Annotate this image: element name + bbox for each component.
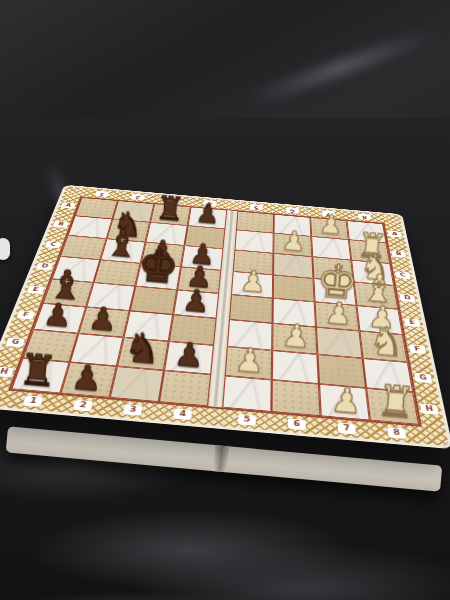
square-h3 bbox=[110, 366, 164, 402]
piece-dark-knight-g3: ♞ bbox=[123, 328, 162, 368]
square-f6: ♟ bbox=[272, 323, 317, 354]
window-handle bbox=[0, 238, 10, 260]
chess-board-3d: ♜♟♟♞♟♜♝♟♟♞♚♟♟♚♝♝♟♟♟♟♟♟♞♞♟♟♜♟♟♜ 123456781… bbox=[0, 186, 449, 446]
piece-dark-pawn-g4: ♟ bbox=[173, 340, 205, 372]
coord-right-E: E bbox=[404, 318, 421, 327]
square-d5: ♟ bbox=[231, 271, 273, 298]
coord-left-H: H bbox=[0, 367, 14, 378]
coord-left-A: A bbox=[60, 202, 75, 209]
square-e3 bbox=[130, 286, 178, 314]
coord-left-E: E bbox=[27, 285, 45, 294]
piece-dark-bishop-c2: ♝ bbox=[104, 226, 140, 262]
photo-scene: ♜♟♟♞♟♜♝♟♟♞♚♟♟♚♝♝♟♟♟♟♟♟♞♞♟♟♜♟♟♜ 123456781… bbox=[0, 0, 450, 600]
coord-far-6: 6 bbox=[286, 207, 299, 214]
square-g5: ♟ bbox=[225, 346, 273, 379]
piece-dark-pawn-a4: ♟ bbox=[195, 201, 220, 227]
coord-near-6: 6 bbox=[288, 418, 306, 430]
coord-far-8: 8 bbox=[358, 213, 372, 220]
piece-dark-rook-a3: ♜ bbox=[155, 192, 186, 224]
coord-right-D: D bbox=[399, 294, 415, 302]
coord-right-H: H bbox=[420, 404, 439, 415]
square-e5 bbox=[229, 295, 273, 324]
square-g3: ♞ bbox=[117, 337, 169, 370]
board-squares: ♜♟♟♞♟♜♝♟♟♞♚♟♟♚♝♝♟♟♟♟♟♟♞♞♟♟♜♟♟♜ bbox=[11, 197, 419, 424]
piece-dark-pawn-f2: ♟ bbox=[87, 304, 117, 335]
coord-near-1: 1 bbox=[22, 395, 43, 407]
coord-far-2: 2 bbox=[131, 194, 145, 200]
square-h2: ♟ bbox=[60, 362, 116, 398]
chess-board: ♜♟♟♞♟♜♝♟♟♞♚♟♟♚♝♝♟♟♟♟♟♟♞♞♟♟♜♟♟♜ 123456781… bbox=[0, 186, 449, 446]
coord-right-A: A bbox=[388, 231, 402, 238]
piece-dark-pawn-e4: ♟ bbox=[182, 286, 211, 316]
coord-near-7: 7 bbox=[337, 423, 356, 435]
coord-near-3: 3 bbox=[123, 404, 143, 416]
piece-light-pawn-d5: ♟ bbox=[239, 268, 267, 297]
coord-right-F: F bbox=[409, 344, 426, 354]
piece-dark-king-d3: ♚ bbox=[136, 243, 181, 289]
square-h5 bbox=[222, 376, 272, 412]
coord-left-C: C bbox=[45, 241, 62, 249]
piece-dark-pawn-h2: ♟ bbox=[70, 361, 103, 395]
piece-light-pawn-h7: ♟ bbox=[330, 384, 363, 418]
coord-right-G: G bbox=[414, 373, 432, 383]
square-c6 bbox=[273, 253, 313, 278]
square-g6 bbox=[272, 350, 319, 384]
coord-right-B: B bbox=[391, 250, 406, 257]
piece-light-pawn-g5: ♟ bbox=[234, 345, 266, 377]
piece-light-knight-f8: ♞ bbox=[368, 322, 406, 361]
square-f7 bbox=[316, 327, 363, 358]
square-h7: ♟ bbox=[319, 384, 370, 421]
coord-right-C: C bbox=[395, 271, 410, 279]
piece-light-pawn-b6: ♟ bbox=[281, 228, 307, 255]
square-h8: ♜ bbox=[366, 388, 419, 425]
coord-near-4: 4 bbox=[173, 408, 192, 420]
coord-far-5: 5 bbox=[250, 204, 263, 210]
piece-light-pawn-f6: ♟ bbox=[281, 321, 311, 352]
coord-left-B: B bbox=[53, 221, 69, 228]
piece-dark-pawn-f1: ♟ bbox=[42, 300, 72, 331]
piece-light-rook-h8: ♜ bbox=[375, 381, 416, 423]
square-f2: ♟ bbox=[78, 307, 129, 337]
coord-far-1: 1 bbox=[95, 191, 110, 197]
square-f1: ♟ bbox=[33, 303, 86, 333]
square-h6 bbox=[271, 380, 320, 416]
square-f8: ♞ bbox=[359, 331, 407, 362]
square-h4 bbox=[159, 370, 211, 406]
coord-left-F: F bbox=[16, 310, 35, 319]
square-d6 bbox=[273, 275, 315, 302]
square-d3: ♚ bbox=[135, 263, 181, 289]
piece-light-pawn-a7: ♟ bbox=[318, 212, 343, 238]
coord-near-2: 2 bbox=[73, 400, 93, 412]
piece-dark-rook-h1: ♜ bbox=[17, 349, 58, 391]
square-g4: ♟ bbox=[164, 341, 214, 374]
hinge-notch bbox=[213, 445, 229, 472]
coord-near-5: 5 bbox=[238, 414, 256, 426]
square-e4: ♟ bbox=[173, 290, 219, 319]
piece-light-pawn-e7: ♟ bbox=[324, 299, 353, 329]
coord-near-8: 8 bbox=[387, 427, 406, 439]
square-e7: ♟ bbox=[315, 302, 360, 331]
